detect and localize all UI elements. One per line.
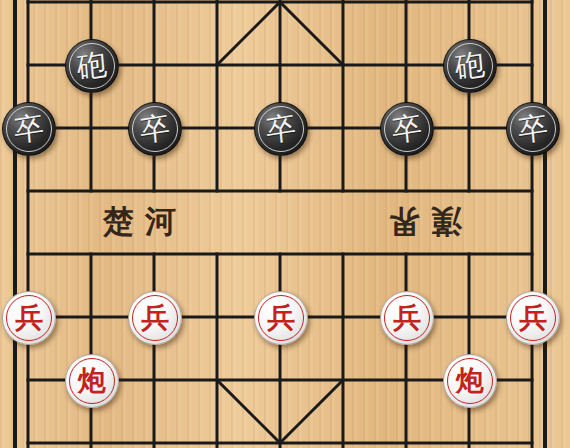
piece-red-cannon-h7[interactable]: 炮 <box>443 354 497 408</box>
river-label-right-hanjie: 漢界 <box>350 206 490 237</box>
red-pawn-glyph: 兵 <box>393 304 421 332</box>
black-pawn-glyph: 卒 <box>13 112 45 147</box>
piece-red-pawn-g6[interactable]: 兵 <box>380 291 434 345</box>
river-label-left-chuhe: 楚河 <box>75 206 215 237</box>
piece-black-pawn-c3[interactable]: 卒 <box>128 102 182 156</box>
piece-black-pawn-e3[interactable]: 卒 <box>254 102 308 156</box>
red-pawn-glyph: 兵 <box>141 304 169 332</box>
piece-red-pawn-e6[interactable]: 兵 <box>254 291 308 345</box>
black-pawn-glyph: 卒 <box>517 112 549 147</box>
black-pawn-glyph: 卒 <box>391 112 423 147</box>
piece-red-cannon-b7[interactable]: 炮 <box>65 354 119 408</box>
red-pawn-glyph: 兵 <box>267 304 295 332</box>
piece-black-cannon-b2[interactable]: 砲 <box>65 39 119 93</box>
piece-black-pawn-g3[interactable]: 卒 <box>380 102 434 156</box>
black-cannon-glyph: 砲 <box>454 49 486 84</box>
piece-black-cannon-h2[interactable]: 砲 <box>443 39 497 93</box>
piece-black-pawn-i3[interactable]: 卒 <box>506 102 560 156</box>
black-pawn-glyph: 卒 <box>139 112 171 147</box>
piece-black-pawn-a3[interactable]: 卒 <box>2 102 56 156</box>
piece-red-pawn-c6[interactable]: 兵 <box>128 291 182 345</box>
xiangqi-board: 楚河 漢界 砲砲卒卒卒卒卒兵兵兵兵兵炮炮 <box>0 0 570 448</box>
piece-red-pawn-a6[interactable]: 兵 <box>2 291 56 345</box>
red-pawn-glyph: 兵 <box>15 304 43 332</box>
piece-red-pawn-i6[interactable]: 兵 <box>506 291 560 345</box>
red-cannon-glyph: 炮 <box>456 367 484 395</box>
red-cannon-glyph: 炮 <box>78 367 106 395</box>
red-pawn-glyph: 兵 <box>519 304 547 332</box>
black-cannon-glyph: 砲 <box>76 49 108 84</box>
black-pawn-glyph: 卒 <box>265 112 297 147</box>
